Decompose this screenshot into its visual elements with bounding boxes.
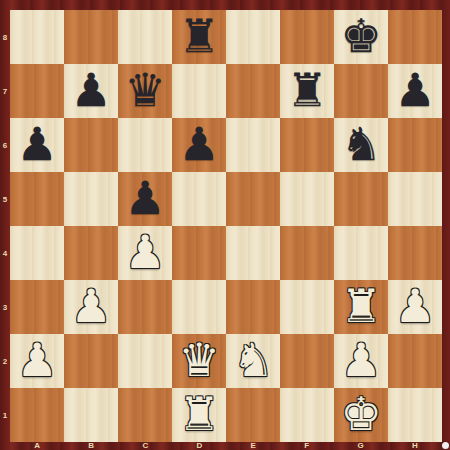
square-e5[interactable] bbox=[226, 172, 280, 226]
turn-indicator bbox=[442, 442, 449, 449]
square-g7[interactable] bbox=[334, 64, 388, 118]
square-b4[interactable] bbox=[64, 226, 118, 280]
square-d3[interactable] bbox=[172, 280, 226, 334]
square-g6[interactable]: ♞ bbox=[334, 118, 388, 172]
rank-label-1: 1 bbox=[0, 388, 10, 442]
piece-black-pawn[interactable]: ♟ bbox=[118, 172, 172, 226]
piece-white-rook[interactable]: ♜ bbox=[172, 388, 226, 442]
piece-black-rook[interactable]: ♜ bbox=[280, 64, 334, 118]
square-e1[interactable] bbox=[226, 388, 280, 442]
square-e6[interactable] bbox=[226, 118, 280, 172]
file-label-e: E bbox=[226, 441, 280, 450]
square-d4[interactable] bbox=[172, 226, 226, 280]
square-f5[interactable] bbox=[280, 172, 334, 226]
square-c2[interactable] bbox=[118, 334, 172, 388]
square-f2[interactable] bbox=[280, 334, 334, 388]
square-h5[interactable] bbox=[388, 172, 442, 226]
square-c1[interactable] bbox=[118, 388, 172, 442]
square-d6[interactable]: ♟ bbox=[172, 118, 226, 172]
square-d8[interactable]: ♜ bbox=[172, 10, 226, 64]
square-d5[interactable] bbox=[172, 172, 226, 226]
rank-label-3: 3 bbox=[0, 280, 10, 334]
square-f8[interactable] bbox=[280, 10, 334, 64]
square-a2[interactable]: ♟ bbox=[10, 334, 64, 388]
piece-white-pawn[interactable]: ♟ bbox=[388, 280, 442, 334]
square-h8[interactable] bbox=[388, 10, 442, 64]
square-a4[interactable] bbox=[10, 226, 64, 280]
file-label-a: A bbox=[10, 441, 64, 450]
square-f6[interactable] bbox=[280, 118, 334, 172]
square-a7[interactable] bbox=[10, 64, 64, 118]
square-c6[interactable] bbox=[118, 118, 172, 172]
rank-label-5: 5 bbox=[0, 172, 10, 226]
rank-label-7: 7 bbox=[0, 64, 10, 118]
piece-black-pawn[interactable]: ♟ bbox=[388, 64, 442, 118]
square-c4[interactable]: ♟ bbox=[118, 226, 172, 280]
rank-label-2: 2 bbox=[0, 334, 10, 388]
file-label-h: H bbox=[388, 441, 442, 450]
square-a3[interactable] bbox=[10, 280, 64, 334]
square-a5[interactable] bbox=[10, 172, 64, 226]
rank-label-8: 8 bbox=[0, 10, 10, 64]
piece-white-pawn[interactable]: ♟ bbox=[334, 334, 388, 388]
square-d2[interactable]: ♛ bbox=[172, 334, 226, 388]
piece-white-pawn[interactable]: ♟ bbox=[64, 280, 118, 334]
square-g3[interactable]: ♜ bbox=[334, 280, 388, 334]
file-labels: ABCDEFGH bbox=[10, 441, 442, 450]
square-c7[interactable]: ♛ bbox=[118, 64, 172, 118]
square-b2[interactable] bbox=[64, 334, 118, 388]
square-g4[interactable] bbox=[334, 226, 388, 280]
square-g2[interactable]: ♟ bbox=[334, 334, 388, 388]
square-e8[interactable] bbox=[226, 10, 280, 64]
square-d7[interactable] bbox=[172, 64, 226, 118]
rank-label-6: 6 bbox=[0, 118, 10, 172]
rank-label-4: 4 bbox=[0, 226, 10, 280]
square-c3[interactable] bbox=[118, 280, 172, 334]
square-a1[interactable] bbox=[10, 388, 64, 442]
square-g8[interactable]: ♚ bbox=[334, 10, 388, 64]
piece-black-pawn[interactable]: ♟ bbox=[172, 118, 226, 172]
square-h2[interactable] bbox=[388, 334, 442, 388]
piece-white-pawn[interactable]: ♟ bbox=[10, 334, 64, 388]
square-h7[interactable]: ♟ bbox=[388, 64, 442, 118]
square-b3[interactable]: ♟ bbox=[64, 280, 118, 334]
square-b1[interactable] bbox=[64, 388, 118, 442]
piece-white-king[interactable]: ♚ bbox=[334, 388, 388, 442]
square-f7[interactable]: ♜ bbox=[280, 64, 334, 118]
square-b8[interactable] bbox=[64, 10, 118, 64]
square-e2[interactable]: ♞ bbox=[226, 334, 280, 388]
piece-black-rook[interactable]: ♜ bbox=[172, 10, 226, 64]
square-b7[interactable]: ♟ bbox=[64, 64, 118, 118]
square-h6[interactable] bbox=[388, 118, 442, 172]
square-f3[interactable] bbox=[280, 280, 334, 334]
piece-black-queen[interactable]: ♛ bbox=[118, 64, 172, 118]
square-e3[interactable] bbox=[226, 280, 280, 334]
square-f4[interactable] bbox=[280, 226, 334, 280]
chess-board[interactable]: ♜♚♟♛♜♟♟♟♞♟♟♟♜♟♟♛♞♟♜♚ bbox=[10, 10, 442, 442]
square-e7[interactable] bbox=[226, 64, 280, 118]
square-d1[interactable]: ♜ bbox=[172, 388, 226, 442]
chess-board-frame: 87654321 ♜♚♟♛♜♟♟♟♞♟♟♟♜♟♟♛♞♟♜♚ ABCDEFGH bbox=[0, 0, 450, 450]
square-h4[interactable] bbox=[388, 226, 442, 280]
square-h1[interactable] bbox=[388, 388, 442, 442]
file-label-g: G bbox=[333, 441, 388, 450]
piece-white-rook[interactable]: ♜ bbox=[334, 280, 388, 334]
square-a8[interactable] bbox=[10, 10, 64, 64]
piece-black-pawn[interactable]: ♟ bbox=[64, 64, 118, 118]
piece-white-queen[interactable]: ♛ bbox=[172, 334, 226, 388]
square-a6[interactable]: ♟ bbox=[10, 118, 64, 172]
square-f1[interactable] bbox=[280, 388, 334, 442]
square-b6[interactable] bbox=[64, 118, 118, 172]
piece-black-king[interactable]: ♚ bbox=[334, 10, 388, 64]
square-e4[interactable] bbox=[226, 226, 280, 280]
file-label-c: C bbox=[118, 441, 172, 450]
square-c8[interactable] bbox=[118, 10, 172, 64]
square-g1[interactable]: ♚ bbox=[334, 388, 388, 442]
file-label-b: B bbox=[64, 441, 118, 450]
square-b5[interactable] bbox=[64, 172, 118, 226]
piece-black-knight[interactable]: ♞ bbox=[334, 118, 388, 172]
file-label-d: D bbox=[172, 441, 226, 450]
square-h3[interactable]: ♟ bbox=[388, 280, 442, 334]
piece-white-pawn[interactable]: ♟ bbox=[118, 226, 172, 280]
piece-black-pawn[interactable]: ♟ bbox=[10, 118, 64, 172]
square-c5[interactable]: ♟ bbox=[118, 172, 172, 226]
file-label-f: F bbox=[280, 441, 333, 450]
square-g5[interactable] bbox=[334, 172, 388, 226]
rank-labels: 87654321 bbox=[0, 10, 10, 442]
piece-white-knight[interactable]: ♞ bbox=[226, 334, 280, 388]
